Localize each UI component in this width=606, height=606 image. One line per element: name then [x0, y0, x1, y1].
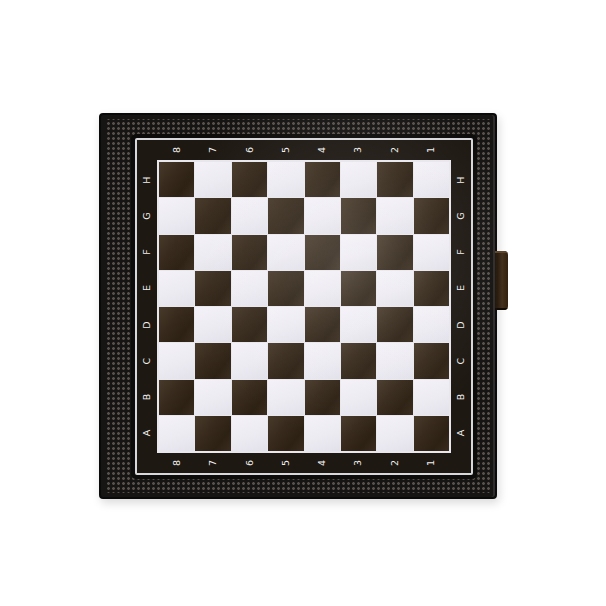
rank-label-1: 1: [421, 132, 441, 168]
square-e3[interactable]: [341, 271, 376, 306]
square-c5[interactable]: [268, 343, 303, 378]
coordinate-band: 87654321 87654321 HGFEDCBA HGFEDCBA: [135, 138, 473, 475]
rank-label-1: 1: [421, 445, 441, 481]
playing-area: [157, 160, 451, 453]
rank-labels-top: 87654321: [159, 140, 449, 160]
square-c6[interactable]: [232, 343, 267, 378]
chess-board: 87654321 87654321 HGFEDCBA HGFEDCBA: [99, 113, 497, 499]
square-f5[interactable]: [268, 235, 303, 270]
file-label-e: E: [129, 278, 165, 298]
rank-label-8: 8: [167, 132, 187, 168]
square-b3[interactable]: [341, 380, 376, 415]
square-e6[interactable]: [232, 271, 267, 306]
square-d4[interactable]: [305, 307, 340, 342]
square-c4[interactable]: [305, 343, 340, 378]
square-g6[interactable]: [232, 198, 267, 233]
file-label-c: C: [129, 351, 165, 371]
file-label-e: E: [443, 278, 479, 298]
square-b6[interactable]: [232, 380, 267, 415]
file-label-a: A: [129, 423, 165, 443]
square-e4[interactable]: [305, 271, 340, 306]
file-label-b: B: [443, 387, 479, 407]
square-e7[interactable]: [195, 271, 230, 306]
square-c7[interactable]: [195, 343, 230, 378]
square-d5[interactable]: [268, 307, 303, 342]
photo-background: { "game": "chess", "scene": "Overhead pr…: [0, 0, 606, 606]
square-g5[interactable]: [268, 198, 303, 233]
rank-label-6: 6: [240, 132, 260, 168]
square-g3[interactable]: [341, 198, 376, 233]
square-f2[interactable]: [377, 235, 412, 270]
square-g2[interactable]: [377, 198, 412, 233]
square-e5[interactable]: [268, 271, 303, 306]
rank-label-6: 6: [240, 445, 260, 481]
file-label-d: D: [129, 315, 165, 335]
rank-label-8: 8: [167, 445, 187, 481]
square-g4[interactable]: [305, 198, 340, 233]
square-b2[interactable]: [377, 380, 412, 415]
square-f6[interactable]: [232, 235, 267, 270]
file-label-g: G: [129, 206, 165, 226]
rank-labels-bottom: 87654321: [159, 453, 449, 473]
rank-label-7: 7: [203, 132, 223, 168]
board-latch: [495, 251, 508, 310]
file-label-c: C: [443, 351, 479, 371]
rank-label-3: 3: [348, 132, 368, 168]
rank-label-2: 2: [385, 132, 405, 168]
square-c2[interactable]: [377, 343, 412, 378]
file-label-h: H: [443, 170, 479, 190]
square-d3[interactable]: [341, 307, 376, 342]
rank-label-4: 4: [312, 445, 332, 481]
rank-label-5: 5: [276, 132, 296, 168]
file-label-h: H: [129, 170, 165, 190]
rank-label-2: 2: [385, 445, 405, 481]
square-e2[interactable]: [377, 271, 412, 306]
square-c3[interactable]: [341, 343, 376, 378]
square-f7[interactable]: [195, 235, 230, 270]
rank-label-3: 3: [348, 445, 368, 481]
square-d7[interactable]: [195, 307, 230, 342]
square-f3[interactable]: [341, 235, 376, 270]
file-label-f: F: [129, 242, 165, 262]
file-label-g: G: [443, 206, 479, 226]
file-labels-left: HGFEDCBA: [137, 162, 157, 451]
square-b4[interactable]: [305, 380, 340, 415]
file-labels-right: HGFEDCBA: [451, 162, 471, 451]
square-b7[interactable]: [195, 380, 230, 415]
square-b5[interactable]: [268, 380, 303, 415]
square-d2[interactable]: [377, 307, 412, 342]
file-label-b: B: [129, 387, 165, 407]
rank-label-4: 4: [312, 132, 332, 168]
square-f4[interactable]: [305, 235, 340, 270]
rank-label-5: 5: [276, 445, 296, 481]
file-label-f: F: [443, 242, 479, 262]
square-g7[interactable]: [195, 198, 230, 233]
square-d6[interactable]: [232, 307, 267, 342]
squares-grid: [159, 162, 449, 451]
file-label-d: D: [443, 315, 479, 335]
rank-label-7: 7: [203, 445, 223, 481]
file-label-a: A: [443, 423, 479, 443]
